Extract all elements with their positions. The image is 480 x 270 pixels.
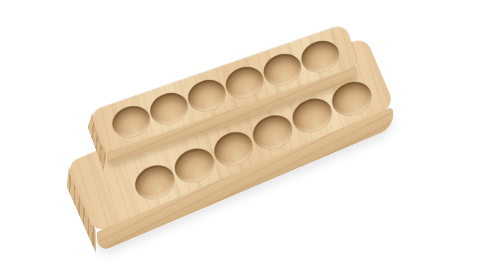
board-photo	[0, 0, 480, 270]
